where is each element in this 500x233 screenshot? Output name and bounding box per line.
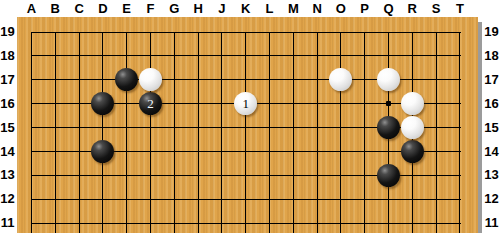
row-label-right-19: 19 [483, 24, 500, 40]
column-label-B: B [43, 0, 67, 16]
grid-line-col-L [269, 32, 270, 233]
column-label-Q: Q [377, 0, 401, 16]
column-label-G: G [162, 0, 186, 16]
row-label-right-15: 15 [483, 120, 500, 136]
stone-white-R16[interactable] [401, 92, 424, 115]
grid-line-col-A [31, 32, 32, 233]
column-label-L: L [258, 0, 282, 16]
row-label-left-15: 15 [0, 120, 15, 136]
column-label-N: N [305, 0, 329, 16]
stone-black-Q15[interactable] [377, 116, 400, 139]
row-label-right-14: 14 [483, 144, 500, 160]
row-label-left-12: 12 [0, 191, 15, 207]
grid-line-col-S [436, 32, 437, 233]
move-number: 2 [147, 96, 154, 112]
grid-line-row-11 [31, 223, 461, 224]
grid-line-row-12 [31, 199, 461, 200]
column-label-E: E [115, 0, 139, 16]
grid-line-col-H [198, 32, 199, 233]
column-label-F: F [139, 0, 163, 16]
column-label-K: K [234, 0, 258, 16]
grid-line-col-P [364, 32, 365, 233]
board-shadow [478, 22, 482, 233]
stone-black-Q13[interactable] [377, 164, 400, 187]
column-label-S: S [424, 0, 448, 16]
grid-line-col-D [102, 32, 103, 233]
grid-line-row-18 [31, 55, 461, 56]
grid-line-col-C [79, 32, 80, 233]
row-label-right-18: 18 [483, 48, 500, 64]
grid-line-col-G [174, 32, 175, 233]
grid-line-col-O [340, 32, 341, 233]
row-label-left-13: 13 [0, 167, 15, 183]
row-label-left-16: 16 [0, 96, 15, 112]
grid-line-col-E [126, 32, 127, 233]
grid-line-col-F [150, 32, 151, 233]
row-label-left-11: 11 [0, 215, 15, 231]
column-label-R: R [400, 0, 424, 16]
column-label-H: H [186, 0, 210, 16]
column-label-J: J [210, 0, 234, 16]
grid-line-col-J [221, 32, 222, 233]
move-number: 1 [242, 96, 249, 112]
column-label-O: O [329, 0, 353, 16]
grid-line-row-19 [31, 32, 461, 33]
row-label-right-16: 16 [483, 96, 500, 112]
stone-white-R15[interactable] [401, 116, 424, 139]
column-label-T: T [448, 0, 472, 16]
star-point-Q16 [386, 101, 391, 106]
grid-line-col-N [317, 32, 318, 233]
column-label-A: A [20, 0, 44, 16]
column-label-C: C [67, 0, 91, 16]
column-label-P: P [353, 0, 377, 16]
column-label-D: D [91, 0, 115, 16]
go-board-view: ABCDEFGHJKLMNOPQRST191918181717161615151… [0, 0, 500, 233]
row-label-right-13: 13 [483, 167, 500, 183]
row-label-right-17: 17 [483, 72, 500, 88]
grid-line-col-K [245, 32, 246, 233]
grid-line-col-M [293, 32, 294, 233]
row-label-left-14: 14 [0, 144, 15, 160]
row-label-right-12: 12 [483, 191, 500, 207]
column-label-M: M [281, 0, 305, 16]
row-label-left-19: 19 [0, 24, 15, 40]
row-label-left-18: 18 [0, 48, 15, 64]
stone-black-R14[interactable] [401, 140, 424, 163]
row-label-right-11: 11 [483, 215, 500, 231]
row-label-left-17: 17 [0, 72, 15, 88]
grid-line-col-T [459, 32, 460, 233]
grid-line-col-B [55, 32, 56, 233]
